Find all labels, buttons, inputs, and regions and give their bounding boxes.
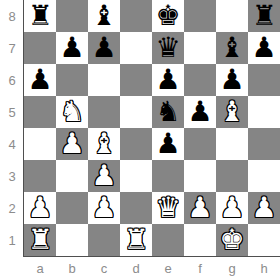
- piece-white-bishop: ♝: [91, 130, 116, 158]
- piece-black-pawn: ♟: [27, 66, 52, 94]
- piece-black-pawn: ♟: [187, 98, 212, 126]
- square-h5[interactable]: [248, 96, 280, 128]
- square-f5[interactable]: ♟: [184, 96, 216, 128]
- piece-black-rook: ♜: [27, 2, 52, 30]
- piece-black-pawn: ♟: [59, 34, 84, 62]
- square-e7[interactable]: ♛: [152, 32, 184, 64]
- square-b2[interactable]: [56, 192, 88, 224]
- piece-black-pawn: ♟: [251, 34, 276, 62]
- square-d8[interactable]: [120, 0, 152, 32]
- piece-black-pawn: ♟: [219, 66, 244, 94]
- piece-white-rook: ♜: [27, 226, 52, 254]
- square-e6[interactable]: ♟: [152, 64, 184, 96]
- square-c2[interactable]: ♟: [88, 192, 120, 224]
- square-c6[interactable]: [88, 64, 120, 96]
- square-c5[interactable]: [88, 96, 120, 128]
- square-b1[interactable]: [56, 224, 88, 256]
- file-label-b: b: [56, 256, 88, 280]
- piece-black-pawn: ♟: [91, 34, 116, 62]
- square-b7[interactable]: ♟: [56, 32, 88, 64]
- square-g8[interactable]: [216, 0, 248, 32]
- square-e8[interactable]: ♚: [152, 0, 184, 32]
- square-g6[interactable]: ♟: [216, 64, 248, 96]
- square-f6[interactable]: [184, 64, 216, 96]
- piece-black-bishop: ♝: [91, 2, 116, 30]
- rank-label-4: 4: [0, 128, 24, 160]
- piece-white-knight: ♞: [59, 98, 84, 126]
- rank-label-2: 2: [0, 192, 24, 224]
- square-b6[interactable]: [56, 64, 88, 96]
- square-h8[interactable]: ♜: [248, 0, 280, 32]
- file-label-g: g: [216, 256, 248, 280]
- square-h2[interactable]: ♟: [248, 192, 280, 224]
- square-g1[interactable]: ♚: [216, 224, 248, 256]
- piece-white-pawn: ♟: [59, 130, 84, 158]
- square-c7[interactable]: ♟: [88, 32, 120, 64]
- piece-black-knight: ♞: [155, 98, 180, 126]
- piece-black-bishop: ♝: [219, 34, 244, 62]
- square-g3[interactable]: [216, 160, 248, 192]
- square-d5[interactable]: [120, 96, 152, 128]
- square-a7[interactable]: [24, 32, 56, 64]
- square-d4[interactable]: [120, 128, 152, 160]
- square-a4[interactable]: [24, 128, 56, 160]
- square-g4[interactable]: [216, 128, 248, 160]
- piece-white-pawn: ♟: [91, 194, 116, 222]
- square-d3[interactable]: [120, 160, 152, 192]
- square-f4[interactable]: [184, 128, 216, 160]
- square-b8[interactable]: [56, 0, 88, 32]
- rank-label-3: 3: [0, 160, 24, 192]
- square-g5[interactable]: ♝: [216, 96, 248, 128]
- rank-label-6: 6: [0, 64, 24, 96]
- square-a3[interactable]: [24, 160, 56, 192]
- rank-label-8: 8: [0, 0, 24, 32]
- piece-black-queen: ♛: [155, 34, 180, 62]
- rank-label-5: 5: [0, 96, 24, 128]
- square-a6[interactable]: ♟: [24, 64, 56, 96]
- square-f8[interactable]: [184, 0, 216, 32]
- file-label-e: e: [152, 256, 184, 280]
- square-h4[interactable]: [248, 128, 280, 160]
- square-c3[interactable]: ♟: [88, 160, 120, 192]
- square-e1[interactable]: [152, 224, 184, 256]
- square-c8[interactable]: ♝: [88, 0, 120, 32]
- square-h3[interactable]: [248, 160, 280, 192]
- piece-white-bishop: ♝: [219, 98, 244, 126]
- chess-board: ♜♝♚♜♟♟♛♝♟♟♟♟♞♞♟♝♟♝♟♟♟♟♛♟♟♟♜♜♚: [24, 0, 280, 256]
- piece-white-pawn: ♟: [219, 194, 244, 222]
- square-b5[interactable]: ♞: [56, 96, 88, 128]
- square-h1[interactable]: [248, 224, 280, 256]
- square-f3[interactable]: [184, 160, 216, 192]
- square-d7[interactable]: [120, 32, 152, 64]
- piece-black-pawn: ♟: [155, 130, 180, 158]
- piece-white-king: ♚: [219, 226, 244, 254]
- square-g2[interactable]: ♟: [216, 192, 248, 224]
- file-label-a: a: [24, 256, 56, 280]
- piece-black-pawn: ♟: [155, 66, 180, 94]
- square-e2[interactable]: ♛: [152, 192, 184, 224]
- square-d6[interactable]: [120, 64, 152, 96]
- square-b3[interactable]: [56, 160, 88, 192]
- square-h6[interactable]: [248, 64, 280, 96]
- piece-white-rook: ♜: [123, 226, 148, 254]
- rank-label-1: 1: [0, 224, 24, 256]
- piece-white-pawn: ♟: [27, 194, 52, 222]
- file-label-h: h: [248, 256, 280, 280]
- square-d1[interactable]: ♜: [120, 224, 152, 256]
- piece-white-pawn: ♟: [91, 162, 116, 190]
- square-e3[interactable]: [152, 160, 184, 192]
- piece-black-king: ♚: [155, 2, 180, 30]
- piece-black-rook: ♜: [251, 2, 276, 30]
- square-a5[interactable]: [24, 96, 56, 128]
- square-b4[interactable]: ♟: [56, 128, 88, 160]
- square-e4[interactable]: ♟: [152, 128, 184, 160]
- file-label-c: c: [88, 256, 120, 280]
- square-d2[interactable]: [120, 192, 152, 224]
- square-a2[interactable]: ♟: [24, 192, 56, 224]
- square-f2[interactable]: ♟: [184, 192, 216, 224]
- square-c4[interactable]: ♝: [88, 128, 120, 160]
- piece-white-pawn: ♟: [251, 194, 276, 222]
- square-e5[interactable]: ♞: [152, 96, 184, 128]
- square-f7[interactable]: [184, 32, 216, 64]
- piece-white-queen: ♛: [155, 194, 180, 222]
- square-h7[interactable]: ♟: [248, 32, 280, 64]
- square-a8[interactable]: ♜: [24, 0, 56, 32]
- square-c1[interactable]: [88, 224, 120, 256]
- file-label-d: d: [120, 256, 152, 280]
- square-f1[interactable]: [184, 224, 216, 256]
- square-a1[interactable]: ♜: [24, 224, 56, 256]
- piece-white-pawn: ♟: [187, 194, 212, 222]
- square-g7[interactable]: ♝: [216, 32, 248, 64]
- file-label-f: f: [184, 256, 216, 280]
- rank-label-7: 7: [0, 32, 24, 64]
- chess-diagram: ♜♝♚♜♟♟♛♝♟♟♟♟♞♞♟♝♟♝♟♟♟♟♛♟♟♟♜♜♚ 87654321 a…: [0, 0, 280, 280]
